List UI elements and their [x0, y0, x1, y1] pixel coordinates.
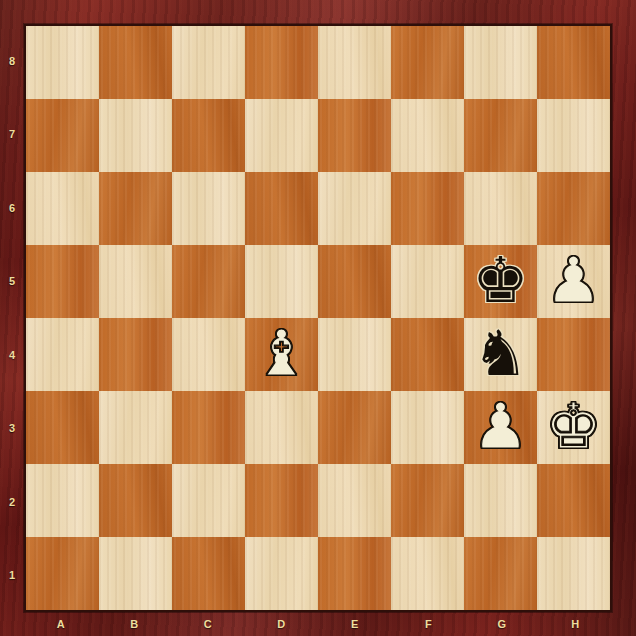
square-a3[interactable]: [26, 391, 99, 464]
square-f7[interactable]: [391, 99, 464, 172]
piece-white-pawn[interactable]: ♟: [537, 245, 610, 318]
square-a8[interactable]: [26, 26, 99, 99]
square-b7[interactable]: [99, 99, 172, 172]
square-h6[interactable]: [537, 172, 610, 245]
square-e2[interactable]: [318, 464, 391, 537]
rank-label-2: 2: [0, 465, 24, 539]
square-h7[interactable]: [537, 99, 610, 172]
rank-label-8: 8: [0, 24, 24, 98]
square-e7[interactable]: [318, 99, 391, 172]
square-c5[interactable]: [172, 245, 245, 318]
piece-white-king[interactable]: ♚: [537, 391, 610, 464]
square-c6[interactable]: [172, 172, 245, 245]
square-b5[interactable]: [99, 245, 172, 318]
square-a4[interactable]: [26, 318, 99, 391]
rank-label-4: 4: [0, 318, 24, 392]
piece-black-knight[interactable]: ♞: [464, 318, 537, 391]
square-b1[interactable]: [99, 537, 172, 610]
square-d5[interactable]: [245, 245, 318, 318]
square-d3[interactable]: [245, 391, 318, 464]
square-c8[interactable]: [172, 26, 245, 99]
square-d4[interactable]: ♝: [245, 318, 318, 391]
chess-board: ♚♟♝♞♟♚: [24, 24, 612, 612]
rank-label-1: 1: [0, 539, 24, 613]
square-d8[interactable]: [245, 26, 318, 99]
square-a2[interactable]: [26, 464, 99, 537]
file-label-c: C: [171, 612, 245, 636]
square-b8[interactable]: [99, 26, 172, 99]
square-a1[interactable]: [26, 537, 99, 610]
square-a5[interactable]: [26, 245, 99, 318]
square-g4[interactable]: ♞: [464, 318, 537, 391]
square-g7[interactable]: [464, 99, 537, 172]
piece-white-pawn[interactable]: ♟: [464, 391, 537, 464]
file-label-g: G: [465, 612, 539, 636]
square-c7[interactable]: [172, 99, 245, 172]
square-e3[interactable]: [318, 391, 391, 464]
square-e8[interactable]: [318, 26, 391, 99]
square-g6[interactable]: [464, 172, 537, 245]
square-c4[interactable]: [172, 318, 245, 391]
square-b2[interactable]: [99, 464, 172, 537]
square-a6[interactable]: [26, 172, 99, 245]
square-d6[interactable]: [245, 172, 318, 245]
square-h3[interactable]: ♚: [537, 391, 610, 464]
square-d1[interactable]: [245, 537, 318, 610]
square-f3[interactable]: [391, 391, 464, 464]
square-g5[interactable]: ♚: [464, 245, 537, 318]
square-h8[interactable]: [537, 26, 610, 99]
square-d7[interactable]: [245, 99, 318, 172]
square-f2[interactable]: [391, 464, 464, 537]
square-g2[interactable]: [464, 464, 537, 537]
file-label-b: B: [98, 612, 172, 636]
square-b4[interactable]: [99, 318, 172, 391]
chess-board-frame: ♚♟♝♞♟♚ 87654321 ABCDEFGH: [0, 0, 636, 636]
square-f4[interactable]: [391, 318, 464, 391]
square-b3[interactable]: [99, 391, 172, 464]
square-h1[interactable]: [537, 537, 610, 610]
square-e1[interactable]: [318, 537, 391, 610]
square-g1[interactable]: [464, 537, 537, 610]
square-e4[interactable]: [318, 318, 391, 391]
piece-black-king[interactable]: ♚: [464, 245, 537, 318]
square-e5[interactable]: [318, 245, 391, 318]
square-h2[interactable]: [537, 464, 610, 537]
square-g8[interactable]: [464, 26, 537, 99]
square-d2[interactable]: [245, 464, 318, 537]
square-g3[interactable]: ♟: [464, 391, 537, 464]
square-f5[interactable]: [391, 245, 464, 318]
square-c1[interactable]: [172, 537, 245, 610]
file-label-d: D: [245, 612, 319, 636]
square-c2[interactable]: [172, 464, 245, 537]
rank-label-3: 3: [0, 392, 24, 466]
square-h4[interactable]: [537, 318, 610, 391]
rank-label-5: 5: [0, 245, 24, 319]
piece-white-bishop[interactable]: ♝: [245, 318, 318, 391]
square-f6[interactable]: [391, 172, 464, 245]
square-f1[interactable]: [391, 537, 464, 610]
square-b6[interactable]: [99, 172, 172, 245]
file-label-h: H: [539, 612, 613, 636]
file-label-e: E: [318, 612, 392, 636]
square-a7[interactable]: [26, 99, 99, 172]
square-f8[interactable]: [391, 26, 464, 99]
rank-label-6: 6: [0, 171, 24, 245]
square-h5[interactable]: ♟: [537, 245, 610, 318]
file-label-f: F: [392, 612, 466, 636]
square-e6[interactable]: [318, 172, 391, 245]
square-c3[interactable]: [172, 391, 245, 464]
rank-label-7: 7: [0, 98, 24, 172]
file-label-a: A: [24, 612, 98, 636]
